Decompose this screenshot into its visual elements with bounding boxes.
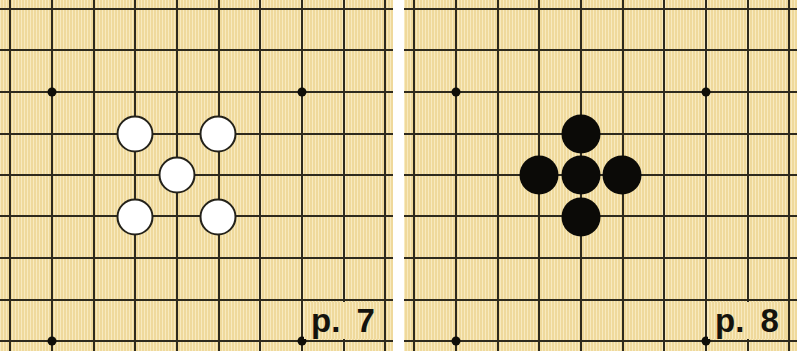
star-point <box>451 88 460 97</box>
board-intersection <box>364 30 393 72</box>
board-intersection <box>602 237 644 279</box>
board-intersection <box>0 320 31 351</box>
board-intersection <box>643 71 685 113</box>
board-intersection <box>281 154 323 196</box>
go-book-diagram-pair: p. 7 p. 8 <box>0 0 797 351</box>
board-intersection <box>323 71 365 113</box>
board-intersection <box>156 196 198 238</box>
board-intersection <box>602 279 644 321</box>
board-intersection <box>727 154 769 196</box>
board-intersection <box>198 196 240 238</box>
board-intersection <box>73 0 115 30</box>
board-intersection <box>239 279 281 321</box>
board-intersection <box>643 320 685 351</box>
board-intersection <box>239 196 281 238</box>
board-intersection <box>477 113 519 155</box>
board-intersection <box>73 279 115 321</box>
board-intersection <box>435 320 477 351</box>
board-intersection <box>768 30 797 72</box>
board-intersection <box>156 320 198 351</box>
page-reference-label: p. 7 <box>304 302 382 339</box>
board-intersection <box>31 320 73 351</box>
board-intersection <box>560 279 602 321</box>
star-point <box>297 88 306 97</box>
board-intersection <box>685 30 727 72</box>
board-intersection <box>435 237 477 279</box>
board-intersection <box>560 30 602 72</box>
board-intersection <box>364 154 393 196</box>
board-intersection <box>560 320 602 351</box>
board-intersection <box>0 237 31 279</box>
board-intersection <box>114 30 156 72</box>
board-intersection <box>477 0 519 30</box>
board-intersection <box>73 237 115 279</box>
board-intersection <box>364 196 393 238</box>
board-intersection <box>31 30 73 72</box>
board-intersection <box>156 30 198 72</box>
board-intersection <box>0 113 31 155</box>
black-stone <box>561 156 600 195</box>
board-intersection <box>0 0 31 30</box>
board-intersection <box>323 237 365 279</box>
white-stone <box>200 198 237 235</box>
board-intersection <box>239 0 281 30</box>
board-intersection <box>404 196 435 238</box>
board-intersection <box>114 154 156 196</box>
board-intersection <box>73 320 115 351</box>
board-intersection <box>281 71 323 113</box>
board-intersection <box>518 196 560 238</box>
board-intersection <box>239 154 281 196</box>
board-intersection <box>477 71 519 113</box>
black-stone <box>603 156 642 195</box>
board-intersection <box>239 320 281 351</box>
board-intersection <box>364 71 393 113</box>
board-intersection <box>602 0 644 30</box>
board-intersection <box>156 71 198 113</box>
board-intersection <box>156 279 198 321</box>
board-intersection <box>323 0 365 30</box>
star-point <box>47 88 56 97</box>
board-intersection <box>198 154 240 196</box>
board-intersection <box>602 154 644 196</box>
board-intersection <box>156 0 198 30</box>
board-intersection <box>114 196 156 238</box>
board-intersection <box>768 0 797 30</box>
board-intersection <box>281 113 323 155</box>
board-intersection <box>602 71 644 113</box>
board-intersection <box>31 196 73 238</box>
board-intersection <box>602 113 644 155</box>
board-intersection <box>114 0 156 30</box>
board-intersection <box>0 30 31 72</box>
board-intersection <box>239 237 281 279</box>
board-intersection <box>364 237 393 279</box>
go-board-grid <box>0 0 393 351</box>
board-intersection <box>156 154 198 196</box>
board-intersection <box>0 154 31 196</box>
board-intersection <box>198 30 240 72</box>
board-intersection <box>0 196 31 238</box>
board-intersection <box>477 30 519 72</box>
board-intersection <box>198 279 240 321</box>
white-stone <box>117 198 154 235</box>
board-intersection <box>518 320 560 351</box>
board-intersection <box>435 154 477 196</box>
board-intersection <box>477 154 519 196</box>
board-intersection <box>198 71 240 113</box>
board-intersection <box>404 0 435 30</box>
board-intersection <box>73 71 115 113</box>
board-intersection <box>114 71 156 113</box>
board-intersection <box>281 237 323 279</box>
board-intersection <box>281 0 323 30</box>
board-intersection <box>477 237 519 279</box>
board-intersection <box>602 30 644 72</box>
board-intersection <box>73 196 115 238</box>
board-intersection <box>239 30 281 72</box>
board-intersection <box>0 279 31 321</box>
board-intersection <box>435 196 477 238</box>
board-intersection <box>643 154 685 196</box>
board-intersection <box>685 154 727 196</box>
board-intersection <box>435 30 477 72</box>
board-intersection <box>114 113 156 155</box>
board-intersection <box>518 30 560 72</box>
board-intersection <box>404 320 435 351</box>
panel-divider <box>393 0 404 351</box>
go-diagram-left: p. 7 <box>0 0 393 351</box>
board-intersection <box>435 0 477 30</box>
board-intersection <box>73 154 115 196</box>
black-stone <box>561 197 600 236</box>
board-intersection <box>477 279 519 321</box>
board-intersection <box>31 154 73 196</box>
board-intersection <box>404 71 435 113</box>
board-intersection <box>0 71 31 113</box>
board-intersection <box>404 113 435 155</box>
board-intersection <box>435 71 477 113</box>
board-intersection <box>643 0 685 30</box>
board-intersection <box>323 113 365 155</box>
board-intersection <box>404 154 435 196</box>
board-intersection <box>560 154 602 196</box>
board-intersection <box>239 113 281 155</box>
board-intersection <box>198 237 240 279</box>
board-intersection <box>560 113 602 155</box>
board-intersection <box>727 71 769 113</box>
board-intersection <box>727 30 769 72</box>
board-intersection <box>156 113 198 155</box>
board-intersection <box>685 0 727 30</box>
board-intersection <box>281 196 323 238</box>
board-intersection <box>404 237 435 279</box>
board-intersection <box>31 71 73 113</box>
board-intersection <box>323 196 365 238</box>
board-intersection <box>685 71 727 113</box>
star-point <box>701 88 710 97</box>
board-intersection <box>518 237 560 279</box>
board-intersection <box>239 71 281 113</box>
board-intersection <box>518 113 560 155</box>
board-intersection <box>768 237 797 279</box>
board-intersection <box>435 279 477 321</box>
page-reference-label: p. 8 <box>708 302 786 339</box>
board-intersection <box>727 196 769 238</box>
board-intersection <box>114 279 156 321</box>
board-intersection <box>768 113 797 155</box>
board-intersection <box>560 237 602 279</box>
white-stone <box>117 115 154 152</box>
board-intersection <box>198 113 240 155</box>
go-diagram-right: p. 8 <box>404 0 797 351</box>
board-intersection <box>560 196 602 238</box>
board-intersection <box>643 196 685 238</box>
board-intersection <box>518 0 560 30</box>
white-stone <box>200 115 237 152</box>
board-intersection <box>31 237 73 279</box>
board-intersection <box>685 113 727 155</box>
board-intersection <box>364 0 393 30</box>
board-intersection <box>477 196 519 238</box>
board-intersection <box>281 30 323 72</box>
board-intersection <box>602 320 644 351</box>
board-intersection <box>31 0 73 30</box>
black-stone <box>561 114 600 153</box>
board-intersection <box>602 196 644 238</box>
board-intersection <box>643 279 685 321</box>
board-intersection <box>727 0 769 30</box>
board-intersection <box>31 279 73 321</box>
board-intersection <box>404 30 435 72</box>
board-intersection <box>768 154 797 196</box>
board-intersection <box>685 196 727 238</box>
board-intersection <box>73 113 115 155</box>
board-intersection <box>518 71 560 113</box>
board-intersection <box>768 196 797 238</box>
board-intersection <box>114 320 156 351</box>
board-intersection <box>560 71 602 113</box>
board-intersection <box>364 113 393 155</box>
board-intersection <box>156 237 198 279</box>
board-intersection <box>435 113 477 155</box>
board-intersection <box>323 30 365 72</box>
black-stone <box>520 156 559 195</box>
board-intersection <box>643 237 685 279</box>
board-intersection <box>404 279 435 321</box>
white-stone <box>158 157 195 194</box>
board-intersection <box>727 237 769 279</box>
board-intersection <box>727 113 769 155</box>
board-intersection <box>198 0 240 30</box>
board-intersection <box>477 320 519 351</box>
board-intersection <box>323 154 365 196</box>
go-board-grid <box>404 0 797 351</box>
board-intersection <box>685 237 727 279</box>
board-intersection <box>643 113 685 155</box>
board-intersection <box>560 0 602 30</box>
star-point <box>451 337 460 346</box>
star-point <box>47 337 56 346</box>
board-intersection <box>114 237 156 279</box>
board-intersection <box>518 154 560 196</box>
board-intersection <box>768 71 797 113</box>
board-intersection <box>643 30 685 72</box>
board-intersection <box>31 113 73 155</box>
board-intersection <box>518 279 560 321</box>
board-intersection <box>73 30 115 72</box>
board-intersection <box>198 320 240 351</box>
